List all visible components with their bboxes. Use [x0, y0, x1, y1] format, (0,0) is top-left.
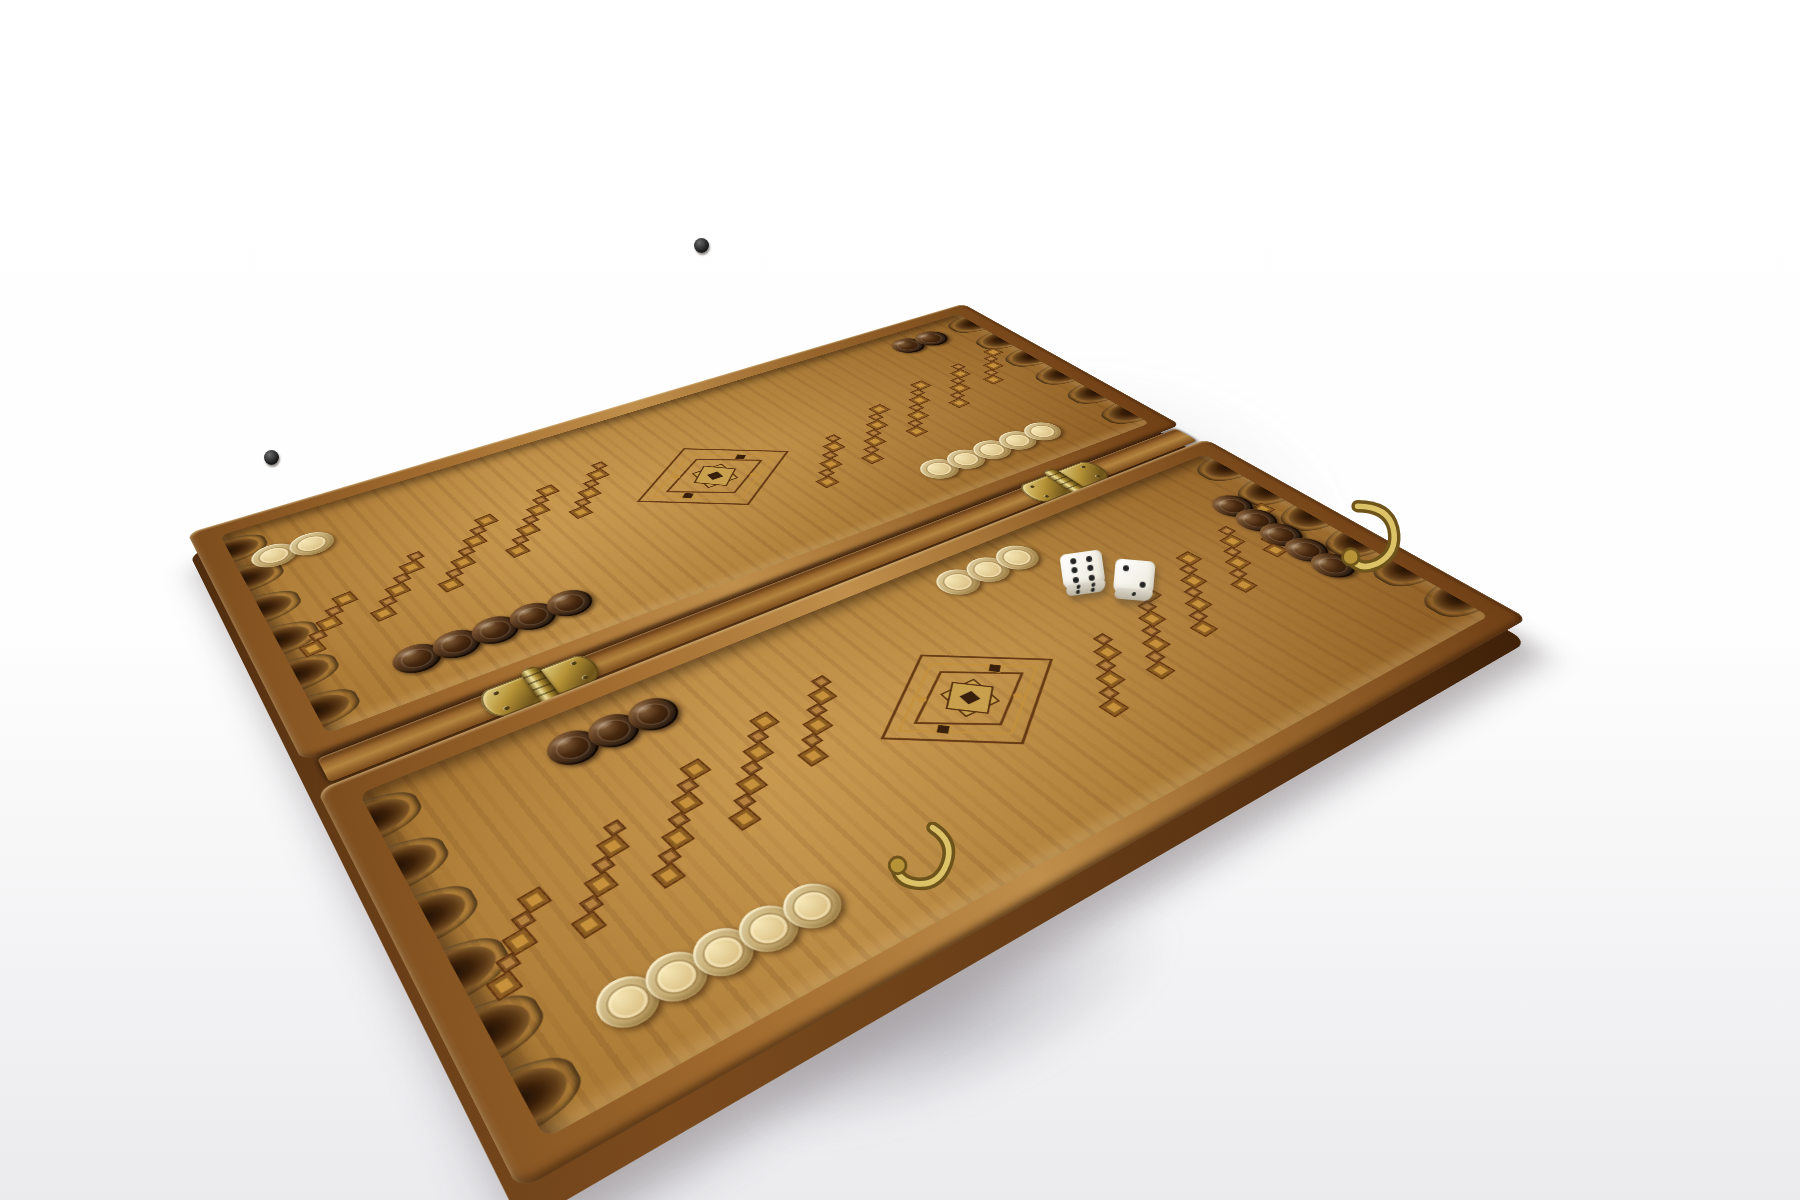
ornament-diamond-icon [948, 398, 970, 408]
ornament-chain [1178, 553, 1215, 635]
ornament-diamond-icon [517, 886, 553, 914]
point-cup[interactable] [410, 875, 486, 941]
point-cup[interactable] [384, 827, 457, 888]
ornament-diamond-icon [864, 436, 887, 448]
die-pip-icon [1123, 565, 1130, 572]
ornament-diamond-icon [462, 534, 488, 548]
ornament-diamond-icon [1146, 661, 1176, 680]
point-cup[interactable] [1028, 366, 1078, 389]
ornament-diamond-icon [603, 819, 627, 837]
ornament-diamond-icon [1218, 526, 1237, 536]
ornament-diamond-icon [907, 410, 930, 421]
checker-dark[interactable] [465, 611, 526, 650]
ornament-diamond-icon [1184, 596, 1212, 613]
checker-light[interactable] [635, 943, 718, 1012]
ornament-chain [506, 486, 559, 556]
ornament-diamond-icon [905, 426, 928, 437]
ornament-diamond-icon [1142, 635, 1171, 653]
ornament-diamond-icon [728, 807, 762, 831]
ornament-diamond-icon [949, 392, 965, 399]
ornament-diamond-icon [438, 577, 465, 593]
ornament-chain [573, 822, 632, 936]
die-pip-icon [1089, 574, 1096, 581]
ornament-diamond-icon [1225, 555, 1252, 570]
ornament-diamond-icon [596, 834, 630, 860]
ornament-diamond-icon [584, 871, 620, 898]
ornament-diamond-icon [863, 445, 880, 453]
ornament-diamond-icon [511, 910, 537, 930]
point-cup[interactable] [470, 983, 554, 1061]
checker-dark[interactable] [540, 585, 600, 622]
ornament-diamond-icon [868, 404, 890, 415]
ornament-diamond-icon [1145, 650, 1166, 663]
ornament-diamond-icon [458, 546, 476, 556]
ornament-diamond-icon [802, 715, 833, 736]
die-pip-icon [1069, 557, 1076, 564]
point-cup[interactable] [267, 615, 325, 656]
ornament-diamond-icon [908, 395, 930, 405]
ornament-diamond-icon [1138, 601, 1158, 613]
ornament-diamond-icon [1175, 551, 1202, 566]
ornament-diamond-icon [983, 347, 1004, 356]
scene [0, 0, 1800, 1200]
die-pip-icon [1072, 577, 1079, 584]
die-left[interactable] [1059, 549, 1106, 596]
ornament-diamond-icon [740, 760, 763, 776]
ornament-diamond-icon [1138, 610, 1167, 627]
ornament-diamond-icon [1095, 669, 1125, 688]
ornament-chain [986, 349, 1001, 384]
ornament-diamond-icon [1189, 620, 1218, 637]
die-pip-icon [1091, 587, 1095, 592]
ornament-diamond-icon [526, 503, 551, 517]
ornament-diamond-icon [331, 591, 358, 607]
checker-dark[interactable] [580, 708, 648, 755]
ornament-diamond-icon [511, 535, 529, 545]
die-pip-icon [1086, 555, 1093, 562]
ornament-diamond-icon [811, 675, 832, 689]
ornament-chain [731, 714, 777, 828]
ornament-diamond-icon [1183, 587, 1203, 598]
ornament-diamond-icon [661, 825, 695, 850]
ornament-chain [298, 593, 358, 655]
ornament-diamond-icon [1230, 577, 1258, 593]
checker-dark[interactable] [386, 638, 448, 679]
ornament-diamond-icon [1188, 610, 1208, 622]
checker-dark[interactable] [426, 624, 488, 664]
ornament-diamond-icon [908, 404, 924, 412]
photo-stage [0, 0, 1800, 1200]
ornament-diamond-icon [535, 484, 560, 497]
brass-clasp-icon[interactable] [884, 822, 970, 920]
ornament-diamond-icon [501, 926, 538, 956]
ornament-diamond-icon [370, 605, 398, 622]
board [187, 304, 1528, 1192]
ornament-diamond-icon [315, 615, 343, 632]
ornament-diamond-icon [1098, 697, 1129, 717]
checker-group-point-17 [539, 692, 687, 772]
ornament-diamond-icon [950, 377, 965, 384]
case-foot-knob [694, 238, 709, 253]
ornament-chain [438, 515, 498, 590]
point-cup[interactable] [1412, 585, 1481, 624]
point-cup[interactable] [303, 681, 366, 728]
ornament-diamond-icon [407, 551, 426, 562]
point-cup[interactable] [250, 584, 306, 623]
ornament-diamond-icon [910, 380, 932, 390]
brass-clasp-icon[interactable] [1332, 498, 1416, 594]
ornament-diamond-icon [983, 361, 1004, 371]
ornament-diamond-icon [866, 419, 889, 430]
point-cup[interactable] [504, 1043, 592, 1128]
ornament-diamond-icon [950, 369, 972, 379]
ornament-diamond-icon [485, 970, 523, 1002]
ornament-diamond-icon [1179, 564, 1198, 575]
ornament-diamond-icon [677, 777, 700, 793]
ornament-chain [1220, 527, 1256, 591]
ornament-diamond-icon [801, 733, 823, 748]
ornament-diamond-icon [1180, 573, 1208, 589]
ornament-diamond-icon [861, 452, 885, 464]
ornament-diamond-icon [445, 568, 464, 579]
ornament-diamond-icon [571, 910, 608, 939]
ornament-diamond-icon [866, 429, 882, 437]
ornament-diamond-icon [667, 811, 691, 828]
ornament-diamond-icon [949, 383, 971, 393]
ornament-diamond-icon [1093, 633, 1114, 646]
ornament-diamond-icon [574, 498, 592, 507]
ornament-diamond-icon [579, 894, 605, 914]
ornament-chain [487, 889, 551, 997]
ornament-diamond-icon [591, 461, 608, 470]
ornament-diamond-icon [298, 640, 327, 658]
ornament-diamond-icon [522, 515, 540, 525]
ornament-diamond-icon [910, 389, 926, 396]
ornament-diamond-icon [983, 369, 998, 376]
ornament-chain [908, 382, 929, 436]
ornament-diamond-icon [658, 847, 683, 865]
ornament-chain [1095, 634, 1125, 714]
ornament-diamond-icon [733, 793, 757, 810]
checker-group-point-13 [586, 875, 853, 1038]
ornament-diamond-icon [385, 582, 412, 598]
ornament-diamond-icon [568, 505, 593, 519]
point-cup[interactable] [1059, 384, 1110, 408]
checker-group-point-12 [386, 585, 599, 679]
ornament-chain [951, 364, 968, 407]
ornament-diamond-icon [825, 434, 841, 442]
ornament-diamond-icon [515, 523, 541, 537]
die-pip-icon [1071, 567, 1078, 574]
ornament-diamond-icon [671, 791, 704, 815]
ornament-diamond-icon [735, 773, 768, 796]
ornament-diamond-icon [505, 543, 531, 558]
ornament-diamond-icon [1229, 568, 1248, 579]
ornament-diamond-icon [324, 605, 344, 617]
point-cup[interactable] [439, 927, 519, 999]
point-cup[interactable] [1092, 403, 1145, 428]
ornament-diamond-icon [797, 745, 829, 767]
ornament-diamond-icon [868, 413, 884, 421]
ornament-diamond-icon [983, 355, 998, 362]
ornament-diamond-icon [806, 703, 828, 717]
point-cup[interactable] [1188, 457, 1246, 486]
ornament-diamond-icon [379, 596, 398, 608]
ornament-diamond-icon [1095, 659, 1116, 672]
ornament-chain [800, 677, 835, 764]
ornament-diamond-icon [742, 742, 774, 764]
ornament-diamond-icon [951, 363, 966, 370]
die-right[interactable] [1112, 558, 1155, 601]
ornament-chain [654, 761, 709, 885]
checker-light[interactable] [773, 875, 853, 937]
die-pip-icon [1139, 581, 1146, 588]
ornament-diamond-icon [1223, 547, 1242, 557]
ornament-diamond-icon [532, 496, 550, 505]
ornament-diamond-icon [393, 573, 412, 584]
ornament-chain [864, 405, 888, 462]
ornament-chain [1138, 589, 1173, 678]
point-cup[interactable] [941, 316, 987, 336]
point-cup[interactable] [284, 647, 344, 691]
checker-group-point-1 [885, 329, 954, 356]
ornament-diamond-icon [1141, 625, 1162, 637]
ornament-chain [371, 552, 430, 620]
die-pip-icon [1076, 589, 1080, 594]
die-pip-icon [1092, 582, 1096, 587]
checker-light[interactable] [729, 897, 810, 962]
case-foot-knob [264, 450, 279, 465]
ornament-diamond-icon [822, 441, 845, 453]
ornament-diamond-icon [1219, 534, 1245, 548]
ornament-diamond-icon [592, 856, 617, 875]
checker-group-point-8 [928, 541, 1047, 600]
die-pip-icon [1076, 585, 1080, 590]
ornament-diamond-icon [1098, 686, 1120, 700]
checker-dark[interactable] [620, 692, 687, 737]
ornament-diamond-icon [907, 419, 923, 427]
ornament-diamond-icon [469, 525, 487, 535]
die-pip-icon [1131, 592, 1136, 596]
ornament-diamond-icon [807, 686, 837, 706]
ornament-diamond-icon [1093, 643, 1123, 661]
checker-light[interactable] [683, 919, 765, 986]
ornament-diamond-icon [749, 711, 780, 732]
ornament-diamond-icon [679, 758, 711, 780]
ornament-diamond-icon [474, 513, 499, 527]
medallion-ornament-icon [804, 607, 1134, 806]
ornament-diamond-icon [308, 629, 328, 641]
checker-dark[interactable] [539, 724, 608, 772]
die-pip-icon [1087, 565, 1094, 572]
ornament-diamond-icon [651, 862, 686, 889]
checker-dark[interactable] [503, 598, 563, 636]
ornament-diamond-icon [450, 555, 476, 570]
medallion-ornament-icon [582, 417, 847, 543]
point-cup[interactable] [359, 783, 429, 840]
ornament-diamond-icon [495, 952, 522, 974]
ornament-diamond-icon [747, 729, 769, 744]
checker-light[interactable] [586, 967, 670, 1039]
ornament-diamond-icon [982, 375, 1004, 385]
